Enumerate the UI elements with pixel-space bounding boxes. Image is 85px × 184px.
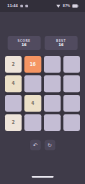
score-box: SCORE 16 bbox=[7, 36, 40, 50]
tile-r1c0: 4 bbox=[5, 75, 22, 92]
tile-r1c1 bbox=[24, 75, 41, 92]
restart-button[interactable]: ↻ bbox=[44, 140, 55, 151]
tile-r0c2 bbox=[44, 56, 61, 73]
controls: ↶ ↻ bbox=[0, 140, 85, 151]
best-label: BEST bbox=[56, 39, 66, 42]
tile-r0c0: 2 bbox=[5, 56, 22, 73]
app-screen: 11:44 87% SCORE 16 BEST 16 2 16 4 4 bbox=[0, 0, 85, 184]
scoreboard: SCORE 16 BEST 16 bbox=[0, 36, 85, 50]
score-value: 16 bbox=[21, 43, 26, 47]
tile-r3c3 bbox=[63, 114, 80, 131]
gesture-nav-pill[interactable] bbox=[31, 176, 53, 178]
undo-icon: ↶ bbox=[33, 142, 37, 148]
status-bar-right: 87% bbox=[56, 4, 77, 7]
status-bar-left: 11:44 bbox=[7, 4, 28, 8]
tile-r2c1: 4 bbox=[24, 95, 41, 112]
tile-r3c2 bbox=[44, 114, 61, 131]
wifi-icon bbox=[56, 4, 60, 7]
tile-r3c0: 2 bbox=[5, 114, 22, 131]
best-box: BEST 16 bbox=[44, 36, 77, 50]
tile-r2c3 bbox=[63, 95, 80, 112]
undo-button[interactable]: ↶ bbox=[30, 140, 41, 151]
tile-r1c2 bbox=[44, 75, 61, 92]
tile-r2c2 bbox=[44, 95, 61, 112]
battery-icon bbox=[72, 4, 77, 7]
restart-icon: ↻ bbox=[48, 142, 52, 148]
score-label: SCORE bbox=[18, 39, 31, 42]
tile-r0c1: 16 bbox=[24, 56, 41, 73]
best-value: 16 bbox=[58, 43, 63, 47]
notification-icon bbox=[25, 5, 28, 8]
status-bar: 11:44 87% bbox=[0, 0, 85, 12]
notification-icon bbox=[20, 5, 23, 8]
tile-r0c3 bbox=[63, 56, 80, 73]
game-board[interactable]: 2 16 4 4 2 bbox=[5, 56, 80, 131]
tile-r1c3 bbox=[63, 75, 80, 92]
battery-percent: 87% bbox=[63, 4, 70, 7]
tile-r2c0 bbox=[5, 95, 22, 112]
clock: 11:44 bbox=[7, 4, 18, 8]
tile-r3c1 bbox=[24, 114, 41, 131]
